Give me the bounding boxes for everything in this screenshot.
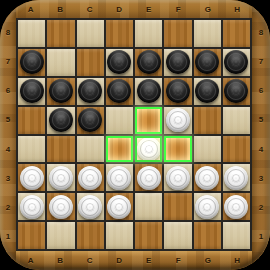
white-piece-h3[interactable] bbox=[224, 166, 248, 190]
rank-label-7: 7 bbox=[0, 47, 16, 76]
black-piece-f6[interactable] bbox=[166, 79, 190, 103]
file-label-g: G bbox=[193, 0, 223, 18]
white-piece-a3[interactable] bbox=[20, 166, 44, 190]
black-piece-c6[interactable] bbox=[78, 79, 102, 103]
square-b4[interactable] bbox=[47, 136, 74, 163]
rank-label-8: 8 bbox=[0, 18, 16, 47]
square-c3[interactable] bbox=[77, 164, 104, 191]
rank-label-4: 4 bbox=[252, 135, 270, 164]
square-h7[interactable] bbox=[223, 49, 250, 76]
square-a4[interactable] bbox=[18, 136, 45, 163]
square-h5[interactable] bbox=[223, 107, 250, 134]
square-f7[interactable] bbox=[164, 49, 191, 76]
rank-label-2: 2 bbox=[0, 193, 16, 222]
square-c4[interactable] bbox=[77, 136, 104, 163]
square-g8[interactable] bbox=[194, 20, 221, 47]
square-a3[interactable] bbox=[18, 164, 45, 191]
black-piece-a6[interactable] bbox=[20, 79, 44, 103]
black-piece-f7[interactable] bbox=[166, 50, 190, 74]
file-label-b: B bbox=[46, 0, 76, 18]
square-c2[interactable] bbox=[77, 193, 104, 220]
white-piece-d3[interactable] bbox=[107, 166, 131, 190]
rank-label-8: 8 bbox=[252, 18, 270, 47]
rank-label-4: 4 bbox=[0, 135, 16, 164]
file-label-c: C bbox=[75, 0, 105, 18]
square-c7[interactable] bbox=[77, 49, 104, 76]
file-label-h: H bbox=[223, 0, 253, 18]
file-label-f: F bbox=[164, 251, 194, 270]
file-label-f: F bbox=[164, 0, 194, 18]
white-piece-f3[interactable] bbox=[166, 166, 190, 190]
rank-label-2: 2 bbox=[252, 193, 270, 222]
rank-labels-right: 87654321 bbox=[252, 18, 270, 251]
file-label-b: B bbox=[46, 251, 76, 270]
square-c6[interactable] bbox=[77, 78, 104, 105]
black-piece-e6[interactable] bbox=[137, 79, 161, 103]
square-a8[interactable] bbox=[18, 20, 45, 47]
square-f8[interactable] bbox=[164, 20, 191, 47]
square-f2[interactable] bbox=[164, 193, 191, 220]
square-d8[interactable] bbox=[106, 20, 133, 47]
square-d2[interactable] bbox=[106, 193, 133, 220]
square-g2[interactable] bbox=[194, 193, 221, 220]
black-piece-g6[interactable] bbox=[195, 79, 219, 103]
square-f4[interactable] bbox=[164, 136, 191, 163]
square-a7[interactable] bbox=[18, 49, 45, 76]
square-h6[interactable] bbox=[223, 78, 250, 105]
square-e6[interactable] bbox=[135, 78, 162, 105]
rank-label-1: 1 bbox=[0, 222, 16, 251]
white-piece-g3[interactable] bbox=[195, 166, 219, 190]
white-piece-c2[interactable] bbox=[78, 195, 102, 219]
square-d1[interactable] bbox=[106, 222, 133, 249]
file-label-a: A bbox=[16, 0, 46, 18]
square-h8[interactable] bbox=[223, 20, 250, 47]
square-b3[interactable] bbox=[47, 164, 74, 191]
square-f3[interactable] bbox=[164, 164, 191, 191]
file-label-c: C bbox=[75, 251, 105, 270]
square-e8[interactable] bbox=[135, 20, 162, 47]
black-piece-h6[interactable] bbox=[224, 79, 248, 103]
square-d4[interactable] bbox=[106, 136, 133, 163]
square-g3[interactable] bbox=[194, 164, 221, 191]
square-d6[interactable] bbox=[106, 78, 133, 105]
rank-labels-left: 87654321 bbox=[0, 18, 16, 251]
square-h4[interactable] bbox=[223, 136, 250, 163]
rank-label-5: 5 bbox=[252, 105, 270, 134]
square-e3[interactable] bbox=[135, 164, 162, 191]
rank-label-6: 6 bbox=[252, 76, 270, 105]
board-grid bbox=[16, 18, 252, 251]
square-g4[interactable] bbox=[194, 136, 221, 163]
square-d7[interactable] bbox=[106, 49, 133, 76]
square-g5[interactable] bbox=[194, 107, 221, 134]
rank-label-5: 5 bbox=[0, 105, 16, 134]
square-a6[interactable] bbox=[18, 78, 45, 105]
black-piece-d6[interactable] bbox=[107, 79, 131, 103]
white-piece-e4[interactable] bbox=[137, 137, 161, 161]
screenshot-root: ABCDEFGH ABCDEFGH 87654321 87654321 bbox=[0, 0, 270, 270]
file-label-g: G bbox=[193, 251, 223, 270]
file-label-a: A bbox=[16, 251, 46, 270]
white-piece-b3[interactable] bbox=[49, 166, 73, 190]
square-b2[interactable] bbox=[47, 193, 74, 220]
file-labels-top: ABCDEFGH bbox=[16, 0, 252, 18]
white-piece-c3[interactable] bbox=[78, 166, 102, 190]
black-piece-e7[interactable] bbox=[137, 50, 161, 74]
black-piece-c5[interactable] bbox=[78, 108, 102, 132]
square-c1[interactable] bbox=[77, 222, 104, 249]
square-g1[interactable] bbox=[194, 222, 221, 249]
square-b8[interactable] bbox=[47, 20, 74, 47]
white-piece-f5[interactable] bbox=[166, 108, 190, 132]
square-a1[interactable] bbox=[18, 222, 45, 249]
file-label-d: D bbox=[105, 251, 135, 270]
black-piece-h7[interactable] bbox=[224, 50, 248, 74]
white-piece-e3[interactable] bbox=[137, 166, 161, 190]
black-piece-d7[interactable] bbox=[107, 50, 131, 74]
dama-board: ABCDEFGH ABCDEFGH 87654321 87654321 bbox=[0, 0, 270, 270]
square-g7[interactable] bbox=[194, 49, 221, 76]
black-piece-g7[interactable] bbox=[195, 50, 219, 74]
white-piece-h2[interactable] bbox=[224, 195, 248, 219]
square-h3[interactable] bbox=[223, 164, 250, 191]
square-c5[interactable] bbox=[77, 107, 104, 134]
square-f5[interactable] bbox=[164, 107, 191, 134]
file-label-d: D bbox=[105, 0, 135, 18]
square-b6[interactable] bbox=[47, 78, 74, 105]
file-labels-bottom: ABCDEFGH bbox=[16, 251, 252, 270]
square-h1[interactable] bbox=[223, 222, 250, 249]
square-c8[interactable] bbox=[77, 20, 104, 47]
black-piece-b5[interactable] bbox=[49, 108, 73, 132]
square-e1[interactable] bbox=[135, 222, 162, 249]
square-e4[interactable] bbox=[135, 136, 162, 163]
rank-label-6: 6 bbox=[0, 76, 16, 105]
square-g6[interactable] bbox=[194, 78, 221, 105]
file-label-e: E bbox=[134, 0, 164, 18]
file-label-h: H bbox=[223, 251, 253, 270]
square-h2[interactable] bbox=[223, 193, 250, 220]
rank-label-3: 3 bbox=[252, 164, 270, 193]
square-e2[interactable] bbox=[135, 193, 162, 220]
file-label-e: E bbox=[134, 251, 164, 270]
square-b1[interactable] bbox=[47, 222, 74, 249]
square-f6[interactable] bbox=[164, 78, 191, 105]
rank-label-1: 1 bbox=[252, 222, 270, 251]
square-e7[interactable] bbox=[135, 49, 162, 76]
square-a2[interactable] bbox=[18, 193, 45, 220]
white-piece-a2[interactable] bbox=[20, 195, 44, 219]
white-piece-b2[interactable] bbox=[49, 195, 73, 219]
square-d5[interactable] bbox=[106, 107, 133, 134]
square-d3[interactable] bbox=[106, 164, 133, 191]
square-b5[interactable] bbox=[47, 107, 74, 134]
white-piece-d2[interactable] bbox=[107, 195, 131, 219]
square-b7[interactable] bbox=[47, 49, 74, 76]
white-piece-g2[interactable] bbox=[195, 195, 219, 219]
square-a5[interactable] bbox=[18, 107, 45, 134]
rank-label-7: 7 bbox=[252, 47, 270, 76]
square-f1[interactable] bbox=[164, 222, 191, 249]
square-e5[interactable] bbox=[135, 107, 162, 134]
black-piece-b6[interactable] bbox=[49, 79, 73, 103]
black-piece-a7[interactable] bbox=[20, 50, 44, 74]
rank-label-3: 3 bbox=[0, 164, 16, 193]
